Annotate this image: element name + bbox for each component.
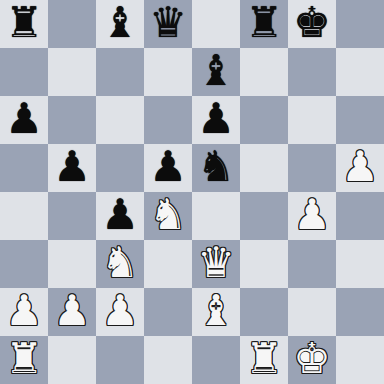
square-c6[interactable] — [96, 96, 144, 144]
black-pawn-icon[interactable]: ♟ — [5, 95, 43, 143]
square-c1[interactable] — [96, 336, 144, 384]
black-pawn-icon[interactable]: ♟ — [197, 95, 235, 143]
square-f5[interactable] — [240, 144, 288, 192]
square-e7[interactable]: ♝ — [192, 48, 240, 96]
square-e2[interactable]: ♝ — [192, 288, 240, 336]
square-c2[interactable]: ♟ — [96, 288, 144, 336]
square-g4[interactable]: ♟ — [288, 192, 336, 240]
square-f4[interactable] — [240, 192, 288, 240]
white-bishop-icon[interactable]: ♝ — [197, 287, 235, 335]
white-pawn-icon[interactable]: ♟ — [53, 287, 91, 335]
square-h2[interactable] — [336, 288, 384, 336]
square-e6[interactable]: ♟ — [192, 96, 240, 144]
square-f1[interactable]: ♜ — [240, 336, 288, 384]
square-a1[interactable]: ♜ — [0, 336, 48, 384]
square-c8[interactable]: ♝ — [96, 0, 144, 48]
square-f3[interactable] — [240, 240, 288, 288]
square-h4[interactable] — [336, 192, 384, 240]
square-g7[interactable] — [288, 48, 336, 96]
black-pawn-icon[interactable]: ♟ — [101, 191, 139, 239]
black-rook-icon[interactable]: ♜ — [5, 0, 43, 47]
square-b6[interactable] — [48, 96, 96, 144]
square-h8[interactable] — [336, 0, 384, 48]
square-e3[interactable]: ♛ — [192, 240, 240, 288]
square-f6[interactable] — [240, 96, 288, 144]
square-a6[interactable]: ♟ — [0, 96, 48, 144]
white-rook-icon[interactable]: ♜ — [5, 335, 43, 383]
white-pawn-icon[interactable]: ♟ — [5, 287, 43, 335]
black-pawn-icon[interactable]: ♟ — [53, 143, 91, 191]
square-e5[interactable]: ♞ — [192, 144, 240, 192]
white-knight-icon[interactable]: ♞ — [101, 239, 139, 287]
white-pawn-icon[interactable]: ♟ — [293, 191, 331, 239]
white-pawn-icon[interactable]: ♟ — [101, 287, 139, 335]
square-a7[interactable] — [0, 48, 48, 96]
square-c4[interactable]: ♟ — [96, 192, 144, 240]
white-rook-icon[interactable]: ♜ — [245, 335, 283, 383]
square-a5[interactable] — [0, 144, 48, 192]
square-a3[interactable] — [0, 240, 48, 288]
black-knight-icon[interactable]: ♞ — [197, 143, 235, 191]
square-d6[interactable] — [144, 96, 192, 144]
square-d8[interactable]: ♛ — [144, 0, 192, 48]
white-queen-icon[interactable]: ♛ — [197, 239, 235, 287]
square-e4[interactable] — [192, 192, 240, 240]
white-pawn-icon[interactable]: ♟ — [341, 143, 379, 191]
square-b4[interactable] — [48, 192, 96, 240]
square-d7[interactable] — [144, 48, 192, 96]
square-b5[interactable]: ♟ — [48, 144, 96, 192]
square-h7[interactable] — [336, 48, 384, 96]
square-b3[interactable] — [48, 240, 96, 288]
black-king-icon[interactable]: ♚ — [293, 0, 331, 47]
square-h1[interactable] — [336, 336, 384, 384]
square-b8[interactable] — [48, 0, 96, 48]
white-king-icon[interactable]: ♚ — [293, 335, 331, 383]
square-d1[interactable] — [144, 336, 192, 384]
square-a8[interactable]: ♜ — [0, 0, 48, 48]
square-g6[interactable] — [288, 96, 336, 144]
square-c5[interactable] — [96, 144, 144, 192]
square-b1[interactable] — [48, 336, 96, 384]
black-bishop-icon[interactable]: ♝ — [101, 0, 139, 47]
square-h3[interactable] — [336, 240, 384, 288]
square-f7[interactable] — [240, 48, 288, 96]
square-e1[interactable] — [192, 336, 240, 384]
square-f8[interactable]: ♜ — [240, 0, 288, 48]
square-h5[interactable]: ♟ — [336, 144, 384, 192]
black-pawn-icon[interactable]: ♟ — [149, 143, 187, 191]
square-h6[interactable] — [336, 96, 384, 144]
square-b2[interactable]: ♟ — [48, 288, 96, 336]
square-f2[interactable] — [240, 288, 288, 336]
square-c3[interactable]: ♞ — [96, 240, 144, 288]
square-d2[interactable] — [144, 288, 192, 336]
black-queen-icon[interactable]: ♛ — [149, 0, 187, 47]
square-d5[interactable]: ♟ — [144, 144, 192, 192]
white-knight-icon[interactable]: ♞ — [149, 191, 187, 239]
square-a2[interactable]: ♟ — [0, 288, 48, 336]
square-g8[interactable]: ♚ — [288, 0, 336, 48]
square-c7[interactable] — [96, 48, 144, 96]
square-g2[interactable] — [288, 288, 336, 336]
square-g1[interactable]: ♚ — [288, 336, 336, 384]
chess-board: ♜♝♛♜♚♝♟♟♟♟♞♟♟♞♟♞♛♟♟♟♝♜♜♚ — [0, 0, 384, 384]
black-bishop-icon[interactable]: ♝ — [197, 47, 235, 95]
black-rook-icon[interactable]: ♜ — [245, 0, 283, 47]
square-d4[interactable]: ♞ — [144, 192, 192, 240]
square-e8[interactable] — [192, 0, 240, 48]
square-g5[interactable] — [288, 144, 336, 192]
square-g3[interactable] — [288, 240, 336, 288]
square-b7[interactable] — [48, 48, 96, 96]
square-d3[interactable] — [144, 240, 192, 288]
square-a4[interactable] — [0, 192, 48, 240]
